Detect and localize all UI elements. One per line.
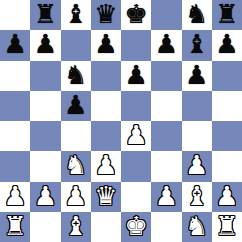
piece-white-pawn: ♟ [64,183,87,209]
chess-board: ♜♝♛♚♞♜♟♟♟♟♝♟♞♟♟♟♟♞♟♟♟♟♟♛♟♝♟♜♝♚♞♜ [0,0,242,242]
square-b4[interactable] [30,121,60,151]
piece-white-pawn: ♟ [34,183,57,209]
square-c1[interactable]: ♝ [61,212,91,242]
square-h1[interactable]: ♜ [212,212,242,242]
square-g8[interactable]: ♞ [182,0,212,30]
square-f1[interactable] [151,212,181,242]
piece-white-bishop: ♝ [185,183,208,209]
piece-white-pawn: ♟ [215,183,238,209]
square-a4[interactable] [0,121,30,151]
piece-black-king: ♚ [124,1,147,27]
square-d3[interactable]: ♟ [91,151,121,181]
square-e6[interactable]: ♟ [121,61,151,91]
piece-white-queen: ♛ [94,183,117,209]
piece-black-pawn: ♟ [155,31,178,57]
square-c8[interactable]: ♝ [61,0,91,30]
square-g1[interactable]: ♞ [182,212,212,242]
square-b8[interactable]: ♜ [30,0,60,30]
square-e3[interactable] [121,151,151,181]
square-c6[interactable]: ♞ [61,61,91,91]
piece-white-pawn: ♟ [3,183,26,209]
piece-black-bishop: ♝ [185,31,208,57]
piece-black-rook: ♜ [34,1,57,27]
square-h7[interactable]: ♟ [212,30,242,60]
square-b1[interactable] [30,212,60,242]
square-e2[interactable] [121,182,151,212]
square-d5[interactable] [91,91,121,121]
square-h5[interactable] [212,91,242,121]
square-b6[interactable] [30,61,60,91]
piece-black-knight: ♞ [64,62,87,88]
square-b5[interactable] [30,91,60,121]
square-e8[interactable]: ♚ [121,0,151,30]
square-d2[interactable]: ♛ [91,182,121,212]
piece-white-bishop: ♝ [64,213,87,239]
square-e4[interactable]: ♟ [121,121,151,151]
piece-white-pawn: ♟ [94,152,117,178]
square-c7[interactable] [61,30,91,60]
square-e1[interactable]: ♚ [121,212,151,242]
square-a5[interactable] [0,91,30,121]
square-h2[interactable]: ♟ [212,182,242,212]
square-h6[interactable] [212,61,242,91]
square-c5[interactable]: ♟ [61,91,91,121]
piece-black-bishop: ♝ [64,1,87,27]
piece-white-pawn: ♟ [155,183,178,209]
square-d4[interactable] [91,121,121,151]
square-h4[interactable] [212,121,242,151]
piece-black-queen: ♛ [94,1,117,27]
piece-black-pawn: ♟ [64,92,87,118]
square-b2[interactable]: ♟ [30,182,60,212]
piece-black-rook: ♜ [215,1,238,27]
square-f7[interactable]: ♟ [151,30,181,60]
square-e5[interactable] [121,91,151,121]
square-a6[interactable] [0,61,30,91]
square-d7[interactable]: ♟ [91,30,121,60]
piece-black-pawn: ♟ [185,62,208,88]
square-f2[interactable]: ♟ [151,182,181,212]
piece-white-pawn: ♟ [124,122,147,148]
square-f5[interactable] [151,91,181,121]
square-f4[interactable] [151,121,181,151]
square-f8[interactable] [151,0,181,30]
square-g5[interactable] [182,91,212,121]
square-h3[interactable] [212,151,242,181]
square-g2[interactable]: ♝ [182,182,212,212]
square-d8[interactable]: ♛ [91,0,121,30]
piece-black-pawn: ♟ [3,31,26,57]
piece-black-pawn: ♟ [34,31,57,57]
piece-black-knight: ♞ [185,1,208,27]
piece-white-pawn: ♟ [185,152,208,178]
square-f3[interactable] [151,151,181,181]
square-b3[interactable] [30,151,60,181]
square-d1[interactable] [91,212,121,242]
piece-black-pawn: ♟ [94,31,117,57]
square-h8[interactable]: ♜ [212,0,242,30]
square-g3[interactable]: ♟ [182,151,212,181]
square-b7[interactable]: ♟ [30,30,60,60]
square-a2[interactable]: ♟ [0,182,30,212]
square-c3[interactable]: ♞ [61,151,91,181]
piece-white-knight: ♞ [64,152,87,178]
piece-black-pawn: ♟ [215,31,238,57]
square-e7[interactable] [121,30,151,60]
square-a1[interactable]: ♜ [0,212,30,242]
square-g4[interactable] [182,121,212,151]
square-g6[interactable]: ♟ [182,61,212,91]
square-a8[interactable] [0,0,30,30]
square-g7[interactable]: ♝ [182,30,212,60]
piece-white-rook: ♜ [3,213,26,239]
square-c4[interactable] [61,121,91,151]
square-f6[interactable] [151,61,181,91]
piece-black-pawn: ♟ [124,62,147,88]
square-a3[interactable] [0,151,30,181]
square-c2[interactable]: ♟ [61,182,91,212]
piece-white-knight: ♞ [185,213,208,239]
square-a7[interactable]: ♟ [0,30,30,60]
piece-white-king: ♚ [124,213,147,239]
square-d6[interactable] [91,61,121,91]
piece-white-rook: ♜ [215,213,238,239]
